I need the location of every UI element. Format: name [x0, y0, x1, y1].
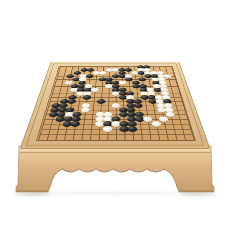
- table-base: [0, 143, 230, 203]
- white-stone: [99, 71, 106, 74]
- black-stone: [83, 95, 91, 99]
- black-stone: [128, 126, 137, 132]
- grid-area: [38, 67, 195, 140]
- black-stone: [97, 99, 105, 103]
- foot-left: [16, 190, 48, 192]
- black-stone: [134, 103, 142, 108]
- black-stone: [67, 99, 76, 103]
- white-stone: [143, 117, 152, 122]
- white-stone: [119, 81, 126, 85]
- foot-right: [179, 190, 214, 192]
- white-stone: [164, 74, 172, 77]
- white-stone: [112, 103, 120, 108]
- goban-top: [20, 62, 211, 149]
- black-stone: [86, 74, 93, 77]
- white-stone: [81, 108, 90, 113]
- black-stone: [125, 78, 132, 82]
- white-stone: [159, 117, 169, 122]
- white-stone: [91, 88, 99, 92]
- playing-surface: [36, 66, 196, 141]
- white-stone: [166, 112, 175, 117]
- black-stone: [71, 121, 81, 126]
- stones-layer: [38, 67, 195, 140]
- white-stone: [152, 121, 162, 126]
- go-board-product-photo: [0, 0, 230, 230]
- white-stone: [103, 126, 112, 132]
- black-stone: [138, 78, 146, 82]
